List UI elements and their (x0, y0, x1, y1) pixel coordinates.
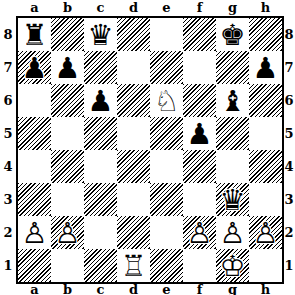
chess-diagram: abcdefgh 87654321 ♜♜♛♛♚♚♟♟♟♟♟♟♟♟♞♘♝♝♟♟♛♛… (0, 0, 295, 295)
square-a3[interactable] (18, 183, 51, 216)
piece-white-king-g1[interactable]: ♔ (216, 249, 249, 282)
file-label-top-f: f (183, 0, 216, 16)
piece-halo: ♚ (216, 249, 249, 282)
piece-halo: ♞ (150, 84, 183, 117)
file-label-top-d: d (117, 0, 150, 16)
rank-label-right-8: 8 (283, 18, 295, 51)
chess-board: ♜♜♛♛♚♚♟♟♟♟♟♟♟♟♞♘♝♝♟♟♛♛♟♙♟♙♟♙♟♙♟♙♜♖♚♔ (16, 16, 284, 284)
file-label-top-b: b (51, 0, 84, 16)
square-c7[interactable] (84, 51, 117, 84)
rank-label-left-7: 7 (0, 51, 16, 84)
file-label-bottom-g: g (216, 282, 249, 295)
piece-white-pawn-a2[interactable]: ♙ (18, 216, 51, 249)
square-a1[interactable] (18, 249, 51, 282)
piece-halo: ♟ (18, 216, 51, 249)
square-g4[interactable] (216, 150, 249, 183)
square-a6[interactable] (18, 84, 51, 117)
piece-white-knight-e6[interactable]: ♘ (150, 84, 183, 117)
square-h8[interactable] (249, 18, 282, 51)
piece-halo: ♟ (183, 216, 216, 249)
piece-halo: ♟ (249, 51, 282, 84)
square-c5[interactable] (84, 117, 117, 150)
square-f4[interactable] (183, 150, 216, 183)
square-e4[interactable] (150, 150, 183, 183)
piece-halo: ♟ (51, 216, 84, 249)
square-e1[interactable] (150, 249, 183, 282)
square-e8[interactable] (150, 18, 183, 51)
square-d1[interactable]: ♜♖ (117, 249, 150, 282)
file-label-bottom-f: f (183, 282, 216, 295)
square-h7[interactable]: ♟♟ (249, 51, 282, 84)
rank-label-right-3: 3 (283, 183, 295, 216)
piece-halo: ♟ (84, 84, 117, 117)
piece-halo: ♜ (18, 18, 51, 51)
square-f6[interactable] (183, 84, 216, 117)
file-label-bottom-c: c (84, 282, 117, 295)
square-f7[interactable] (183, 51, 216, 84)
file-label-top-c: c (84, 0, 117, 16)
rank-label-left-1: 1 (0, 249, 16, 282)
square-e7[interactable] (150, 51, 183, 84)
file-label-top-e: e (150, 0, 183, 16)
square-c4[interactable] (84, 150, 117, 183)
rank-label-left-2: 2 (0, 216, 16, 249)
piece-black-pawn-a7[interactable]: ♟ (18, 51, 51, 84)
piece-halo: ♛ (216, 183, 249, 216)
square-h2[interactable]: ♟♙ (249, 216, 282, 249)
square-d4[interactable] (117, 150, 150, 183)
piece-black-queen-g3[interactable]: ♛ (216, 183, 249, 216)
square-b8[interactable] (51, 18, 84, 51)
piece-halo: ♛ (84, 18, 117, 51)
square-g7[interactable] (216, 51, 249, 84)
rank-label-left-4: 4 (0, 150, 16, 183)
square-d8[interactable] (117, 18, 150, 51)
square-g3[interactable]: ♛♛ (216, 183, 249, 216)
square-g8[interactable]: ♚♚ (216, 18, 249, 51)
square-e3[interactable] (150, 183, 183, 216)
piece-black-queen-c8[interactable]: ♛ (84, 18, 117, 51)
square-a5[interactable] (18, 117, 51, 150)
square-d5[interactable] (117, 117, 150, 150)
file-labels-bottom: abcdefgh (18, 282, 282, 295)
square-b4[interactable] (51, 150, 84, 183)
square-b2[interactable]: ♟♙ (51, 216, 84, 249)
piece-halo: ♟ (51, 51, 84, 84)
square-h5[interactable] (249, 117, 282, 150)
piece-white-rook-d1[interactable]: ♖ (117, 249, 150, 282)
file-label-bottom-h: h (249, 282, 282, 295)
piece-black-pawn-f5[interactable]: ♟ (183, 117, 216, 150)
rank-label-right-2: 2 (283, 216, 295, 249)
square-h4[interactable] (249, 150, 282, 183)
piece-black-pawn-b7[interactable]: ♟ (51, 51, 84, 84)
square-f2[interactable]: ♟♙ (183, 216, 216, 249)
file-label-top-a: a (18, 0, 51, 16)
file-labels-top: abcdefgh (18, 0, 282, 16)
piece-black-rook-a8[interactable]: ♜ (18, 18, 51, 51)
square-e6[interactable]: ♞♘ (150, 84, 183, 117)
rank-label-left-8: 8 (0, 18, 16, 51)
square-h6[interactable] (249, 84, 282, 117)
rank-labels-right: 87654321 (283, 18, 295, 282)
square-f5[interactable]: ♟♟ (183, 117, 216, 150)
square-b6[interactable] (51, 84, 84, 117)
square-b3[interactable] (51, 183, 84, 216)
rank-label-left-6: 6 (0, 84, 16, 117)
square-g5[interactable] (216, 117, 249, 150)
rank-label-left-5: 5 (0, 117, 16, 150)
square-f1[interactable] (183, 249, 216, 282)
piece-halo: ♝ (216, 84, 249, 117)
square-b1[interactable] (51, 249, 84, 282)
piece-black-pawn-h7[interactable]: ♟ (249, 51, 282, 84)
square-c6[interactable]: ♟♟ (84, 84, 117, 117)
rank-label-right-4: 4 (283, 150, 295, 183)
rank-label-left-3: 3 (0, 183, 16, 216)
piece-white-pawn-b2[interactable]: ♙ (51, 216, 84, 249)
file-label-top-h: h (249, 0, 282, 16)
square-h3[interactable] (249, 183, 282, 216)
piece-halo: ♟ (183, 117, 216, 150)
piece-black-king-g8[interactable]: ♚ (216, 18, 249, 51)
piece-halo: ♜ (117, 249, 150, 282)
square-a4[interactable] (18, 150, 51, 183)
square-c8[interactable]: ♛♛ (84, 18, 117, 51)
piece-black-bishop-g6[interactable]: ♝ (216, 84, 249, 117)
square-f8[interactable] (183, 18, 216, 51)
piece-white-pawn-h2[interactable]: ♙ (249, 216, 282, 249)
square-a2[interactable]: ♟♙ (18, 216, 51, 249)
rank-label-right-7: 7 (283, 51, 295, 84)
square-b7[interactable]: ♟♟ (51, 51, 84, 84)
file-label-bottom-a: a (18, 282, 51, 295)
piece-halo: ♟ (216, 216, 249, 249)
square-e2[interactable] (150, 216, 183, 249)
square-f3[interactable] (183, 183, 216, 216)
square-a8[interactable]: ♜♜ (18, 18, 51, 51)
square-a7[interactable]: ♟♟ (18, 51, 51, 84)
square-d7[interactable] (117, 51, 150, 84)
piece-black-pawn-c6[interactable]: ♟ (84, 84, 117, 117)
piece-halo: ♟ (249, 216, 282, 249)
rank-label-right-6: 6 (283, 84, 295, 117)
square-d2[interactable] (117, 216, 150, 249)
piece-halo: ♟ (18, 51, 51, 84)
rank-labels-left: 87654321 (0, 18, 16, 282)
piece-halo: ♚ (216, 18, 249, 51)
square-h1[interactable] (249, 249, 282, 282)
square-d6[interactable] (117, 84, 150, 117)
square-e5[interactable] (150, 117, 183, 150)
piece-white-pawn-f2[interactable]: ♙ (183, 216, 216, 249)
file-label-bottom-e: e (150, 282, 183, 295)
square-c3[interactable] (84, 183, 117, 216)
square-g1[interactable]: ♚♔ (216, 249, 249, 282)
piece-white-pawn-g2[interactable]: ♙ (216, 216, 249, 249)
file-label-bottom-b: b (51, 282, 84, 295)
square-g2[interactable]: ♟♙ (216, 216, 249, 249)
square-c1[interactable] (84, 249, 117, 282)
file-label-top-g: g (216, 0, 249, 16)
square-d3[interactable] (117, 183, 150, 216)
rank-label-right-1: 1 (283, 249, 295, 282)
rank-label-right-5: 5 (283, 117, 295, 150)
square-g6[interactable]: ♝♝ (216, 84, 249, 117)
square-b5[interactable] (51, 117, 84, 150)
square-c2[interactable] (84, 216, 117, 249)
file-label-bottom-d: d (117, 282, 150, 295)
